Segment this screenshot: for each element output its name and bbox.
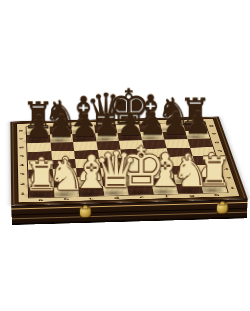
brass-clasp-icon (217, 203, 228, 213)
lid-seam (11, 208, 247, 216)
brass-clasp-icon (80, 207, 91, 217)
piece-white-rook: ♜ (24, 156, 60, 196)
square-a1: ♜ (29, 187, 54, 197)
product-photo-scene: abcdefgh abcdefgh 87654321 87654321 ♜♞♝♛… (0, 0, 250, 311)
chessboard: abcdefgh abcdefgh 87654321 87654321 ♜♞♝♛… (10, 117, 247, 206)
